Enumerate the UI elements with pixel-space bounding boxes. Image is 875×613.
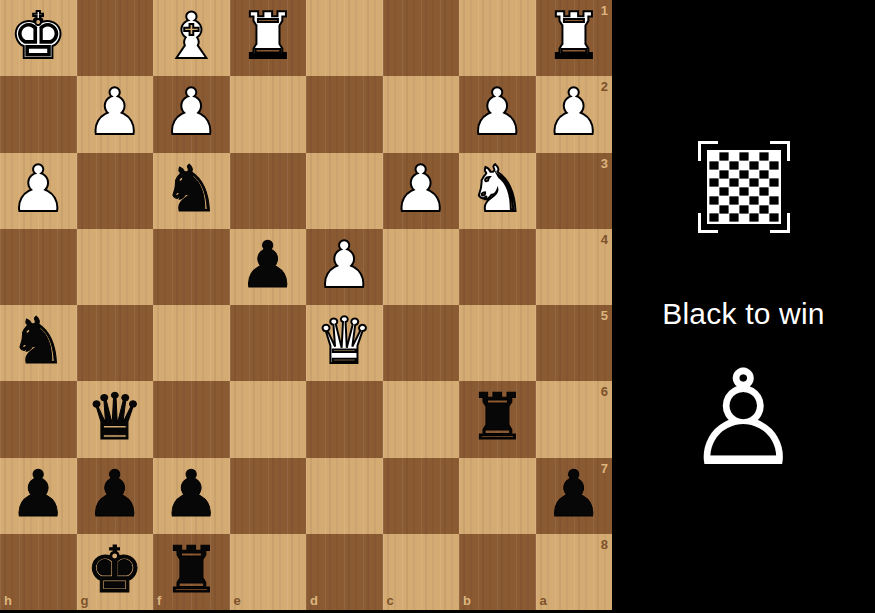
square-b8[interactable]: b — [459, 534, 536, 610]
checker-cell — [739, 205, 748, 213]
square-h5[interactable]: ♞ — [0, 305, 77, 381]
square-h3[interactable]: ♟ — [0, 153, 77, 229]
checker-cell — [739, 170, 748, 178]
checker-cell — [739, 161, 749, 170]
rank-label-3: 3 — [601, 157, 608, 170]
square-h1[interactable]: ♚ — [0, 0, 77, 76]
checker-cell — [749, 179, 758, 187]
white-knight[interactable]: ♞ — [469, 157, 526, 221]
square-h6[interactable] — [0, 381, 77, 457]
file-label-h: h — [4, 594, 12, 607]
checker-cell — [709, 196, 718, 204]
checker-cell — [759, 161, 769, 170]
checker-cell — [729, 214, 738, 222]
square-c1[interactable] — [383, 0, 460, 76]
checker-cell — [749, 161, 758, 169]
checker-cell — [709, 170, 719, 179]
checker-cell — [769, 205, 779, 214]
square-f5[interactable] — [153, 305, 230, 381]
checker-cell — [739, 152, 748, 160]
checker-cell — [709, 179, 718, 187]
checker-cell — [759, 205, 768, 213]
black-pawn[interactable]: ♟ — [545, 462, 602, 526]
rank-label-6: 6 — [601, 385, 608, 398]
square-b3[interactable]: ♞ — [459, 153, 536, 229]
rank-label-5: 5 — [601, 309, 608, 322]
white-queen[interactable]: ♛ — [316, 309, 373, 373]
checker-cell — [749, 196, 758, 204]
file-label-d: d — [310, 594, 318, 607]
checker-cell — [719, 213, 729, 222]
square-b1[interactable] — [459, 0, 536, 76]
square-a7[interactable]: ♟7 — [536, 458, 613, 534]
white-pawn[interactable]: ♟ — [86, 80, 143, 144]
checker-cell — [719, 161, 729, 170]
checker-cell — [719, 196, 729, 205]
rank-label-4: 4 — [601, 233, 608, 246]
square-b4[interactable] — [459, 229, 536, 305]
square-d4[interactable]: ♟ — [306, 229, 383, 305]
checker-cell — [739, 178, 749, 187]
checker-cell — [749, 170, 759, 179]
black-knight[interactable]: ♞ — [163, 157, 220, 221]
black-queen[interactable]: ♛ — [86, 385, 143, 449]
checker-cell — [759, 213, 769, 222]
square-e2[interactable] — [230, 76, 307, 152]
square-a6[interactable]: 6 — [536, 381, 613, 457]
square-f1[interactable]: ♝ — [153, 0, 230, 76]
checker-cell — [759, 196, 769, 205]
square-h2[interactable] — [0, 76, 77, 152]
checker-cell — [729, 196, 738, 204]
rank-label-7: 7 — [601, 462, 608, 475]
info-panel: Black to win ♙ — [612, 0, 875, 613]
checker-cell — [759, 178, 769, 187]
black-pawn[interactable]: ♟ — [163, 462, 220, 526]
rank-label-2: 2 — [601, 80, 608, 93]
white-pawn[interactable]: ♟ — [10, 157, 67, 221]
square-d8[interactable]: d — [306, 534, 383, 610]
checker-cell — [719, 187, 728, 195]
square-a2[interactable]: ♟2 — [536, 76, 613, 152]
square-e3[interactable] — [230, 153, 307, 229]
square-c6[interactable] — [383, 381, 460, 457]
square-f2[interactable]: ♟ — [153, 76, 230, 152]
square-b5[interactable] — [459, 305, 536, 381]
checker-cell — [749, 205, 759, 214]
black-rook[interactable]: ♜ — [163, 538, 220, 602]
square-d5[interactable]: ♛ — [306, 305, 383, 381]
square-b7[interactable] — [459, 458, 536, 534]
square-e8[interactable]: e — [230, 534, 307, 610]
white-rook[interactable]: ♜ — [545, 4, 602, 68]
white-pawn[interactable]: ♟ — [316, 233, 373, 297]
checker-cell — [709, 161, 718, 169]
square-e6[interactable] — [230, 381, 307, 457]
square-c4[interactable] — [383, 229, 460, 305]
square-d2[interactable] — [306, 76, 383, 152]
square-g6[interactable]: ♛ — [77, 381, 154, 457]
white-pawn-outline-icon: ♙ — [684, 352, 802, 484]
square-c8[interactable]: c — [383, 534, 460, 610]
checker-cell — [759, 170, 768, 178]
square-g4[interactable] — [77, 229, 154, 305]
file-label-c: c — [387, 594, 394, 607]
square-a3[interactable]: 3 — [536, 153, 613, 229]
checker-cell — [739, 187, 748, 195]
square-e5[interactable] — [230, 305, 307, 381]
checker-cell — [749, 214, 758, 222]
app: ♚♝♜♜1♟♟♟♟2♟♞♟♞3♟♟4♞♛5♛♜6♟♟♟♟7h♚g♜fedcb8a… — [0, 0, 875, 613]
black-pawn[interactable]: ♟ — [86, 462, 143, 526]
black-pawn[interactable]: ♟ — [10, 462, 67, 526]
square-g7[interactable]: ♟ — [77, 458, 154, 534]
square-f7[interactable]: ♟ — [153, 458, 230, 534]
checker-cell — [729, 170, 739, 179]
checker-cell — [739, 196, 749, 205]
checker-cell — [709, 214, 718, 222]
square-g5[interactable] — [77, 305, 154, 381]
square-h8[interactable]: h — [0, 534, 77, 610]
square-c3[interactable]: ♟ — [383, 153, 460, 229]
checker-cell — [719, 205, 728, 213]
file-label-f: f — [157, 594, 161, 607]
square-a8[interactable]: 8a — [536, 534, 613, 610]
square-e1[interactable]: ♜ — [230, 0, 307, 76]
checker-cell — [729, 187, 739, 196]
square-h4[interactable] — [0, 229, 77, 305]
checker-cell — [769, 187, 779, 196]
file-label-a: a — [540, 594, 547, 607]
checker-cell — [729, 161, 738, 169]
white-rook[interactable]: ♜ — [239, 4, 296, 68]
black-pawn[interactable]: ♟ — [239, 233, 296, 297]
square-f8[interactable]: ♜f — [153, 534, 230, 610]
square-f3[interactable]: ♞ — [153, 153, 230, 229]
square-b6[interactable]: ♜ — [459, 381, 536, 457]
square-f6[interactable] — [153, 381, 230, 457]
black-knight[interactable]: ♞ — [10, 309, 67, 373]
square-c7[interactable] — [383, 458, 460, 534]
chess-board: ♚♝♜♜1♟♟♟♟2♟♞♟♞3♟♟4♞♛5♛♜6♟♟♟♟7h♚g♜fedcb8a — [0, 0, 612, 610]
white-pawn[interactable]: ♟ — [392, 157, 449, 221]
white-pawn[interactable]: ♟ — [545, 80, 602, 144]
square-c5[interactable] — [383, 305, 460, 381]
checker-cell — [709, 152, 719, 161]
square-e4[interactable]: ♟ — [230, 229, 307, 305]
square-f4[interactable] — [153, 229, 230, 305]
checker-cell — [729, 205, 739, 214]
square-g2[interactable]: ♟ — [77, 76, 154, 152]
square-e7[interactable] — [230, 458, 307, 534]
white-pawn[interactable]: ♟ — [163, 80, 220, 144]
white-king[interactable]: ♚ — [10, 4, 67, 68]
checker-cell — [749, 187, 759, 196]
checker-cell — [769, 179, 778, 187]
checker-cell — [769, 152, 779, 161]
puzzle-caption: Black to win — [612, 296, 875, 332]
square-d1[interactable] — [306, 0, 383, 76]
rank-label-8: 8 — [601, 538, 608, 551]
square-d7[interactable] — [306, 458, 383, 534]
board-scan-icon — [698, 141, 790, 233]
checkerboard-icon — [707, 150, 781, 224]
checker-cell — [729, 179, 738, 187]
checker-cell — [719, 170, 728, 178]
black-rook[interactable]: ♜ — [469, 385, 526, 449]
square-a5[interactable]: 5 — [536, 305, 613, 381]
checker-cell — [759, 152, 768, 160]
square-c2[interactable] — [383, 76, 460, 152]
square-g1[interactable] — [77, 0, 154, 76]
square-d3[interactable] — [306, 153, 383, 229]
checker-cell — [729, 152, 739, 161]
checker-cell — [769, 161, 778, 169]
black-king[interactable]: ♚ — [86, 538, 143, 602]
square-b2[interactable]: ♟ — [459, 76, 536, 152]
checker-cell — [739, 213, 749, 222]
square-a1[interactable]: ♜1 — [536, 0, 613, 76]
white-bishop[interactable]: ♝ — [163, 4, 220, 68]
checker-cell — [709, 205, 719, 214]
checker-cell — [719, 152, 728, 160]
square-a4[interactable]: 4 — [536, 229, 613, 305]
checker-cell — [759, 187, 768, 195]
file-label-g: g — [81, 594, 89, 607]
file-label-b: b — [463, 594, 471, 607]
checker-cell — [769, 196, 778, 204]
white-pawn[interactable]: ♟ — [469, 80, 526, 144]
checker-cell — [769, 214, 778, 222]
square-g3[interactable] — [77, 153, 154, 229]
square-g8[interactable]: ♚g — [77, 534, 154, 610]
checker-cell — [769, 170, 779, 179]
rank-label-1: 1 — [601, 4, 608, 17]
checker-cell — [709, 187, 719, 196]
checker-cell — [749, 152, 759, 161]
square-d6[interactable] — [306, 381, 383, 457]
file-label-e: e — [234, 594, 241, 607]
square-h7[interactable]: ♟ — [0, 458, 77, 534]
checker-cell — [719, 178, 729, 187]
